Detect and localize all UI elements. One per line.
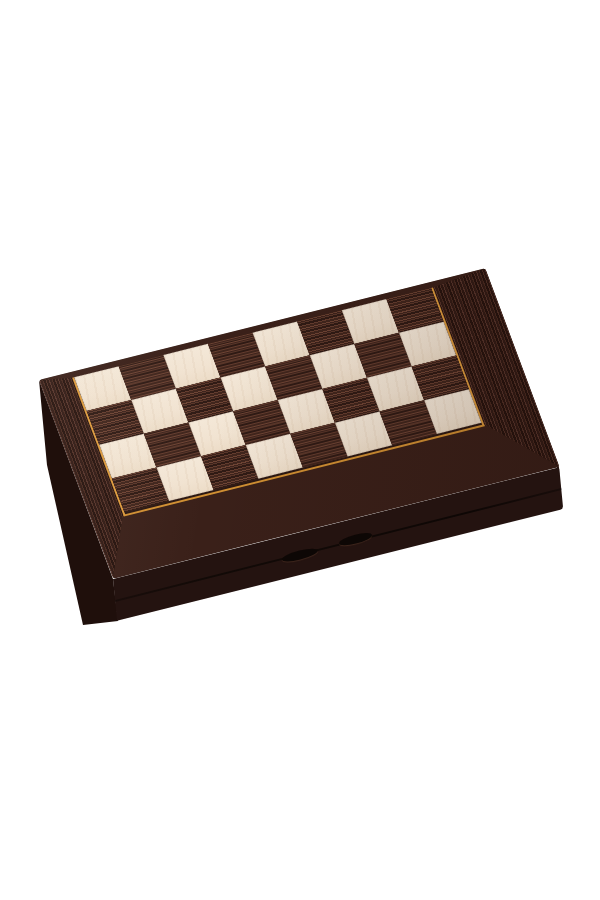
finger-notch-right xyxy=(339,531,373,548)
product-photo xyxy=(0,0,600,900)
finger-notch-left xyxy=(282,546,319,564)
